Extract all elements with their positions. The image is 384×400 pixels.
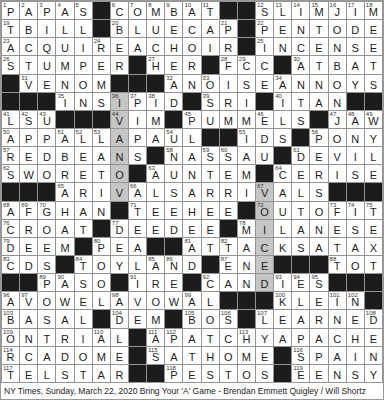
cell-r17c3[interactable]: O	[38, 292, 55, 309]
cell-r21c13[interactable]: T	[220, 365, 237, 382]
cell-r9c1[interactable]: 57R	[2, 147, 19, 164]
cell-r17c16[interactable]: 100K	[274, 292, 291, 309]
cell-r13c10[interactable]: D	[165, 220, 182, 237]
cell-r6c18[interactable]: A	[310, 93, 327, 110]
cell-r3c19[interactable]: N	[329, 38, 346, 55]
cell-r9c2[interactable]: E	[20, 147, 37, 164]
cell-r4c19[interactable]: B	[329, 56, 346, 73]
cell-r1c12[interactable]: 11T	[202, 2, 219, 19]
cell-r11c6[interactable]: I	[93, 183, 110, 200]
cell-r1c17[interactable]: 14I	[292, 2, 309, 19]
cell-r9c13[interactable]: 60S	[220, 147, 237, 164]
cell-r15c2[interactable]: D	[20, 256, 37, 273]
cell-r11c14[interactable]: I	[238, 183, 255, 200]
cell-r5c6[interactable]: M	[93, 75, 110, 92]
cell-r19c10[interactable]: 112P	[165, 329, 182, 346]
cell-r3c7[interactable]: E	[111, 38, 128, 55]
cell-r11c18[interactable]: S	[310, 183, 327, 200]
cell-r13c12[interactable]: E	[202, 220, 219, 237]
cell-r11c13[interactable]: R	[220, 183, 237, 200]
cell-r5c14[interactable]: S	[238, 75, 255, 92]
cell-r16c14[interactable]: N	[238, 274, 255, 291]
cell-r16c16[interactable]: 93I	[274, 274, 291, 291]
cell-r12c2[interactable]: 69F	[20, 202, 37, 219]
cell-r10c1[interactable]: 62S	[2, 165, 19, 182]
cell-r17c8[interactable]: V	[129, 292, 146, 309]
cell-r11c4[interactable]: 65A	[56, 183, 73, 200]
cell-r13c15[interactable]: I	[256, 220, 273, 237]
cell-r8c2[interactable]: P	[20, 129, 37, 146]
cell-r19c13[interactable]: C	[220, 329, 237, 346]
cell-r11c5[interactable]: R	[75, 183, 92, 200]
cell-r19c11[interactable]: A	[183, 329, 200, 346]
cell-r15c14[interactable]: N	[238, 256, 255, 273]
cell-r3c18[interactable]: E	[310, 38, 327, 55]
cell-r3c9[interactable]: C	[147, 38, 164, 55]
cell-r8c19[interactable]: O	[329, 129, 346, 146]
cell-r15c6[interactable]: O	[93, 256, 110, 273]
cell-r7c15[interactable]: 46E	[256, 111, 273, 128]
cell-r9c10[interactable]: 58N	[165, 147, 182, 164]
cell-r5c2[interactable]: 31V	[20, 75, 37, 92]
cell-r4c2[interactable]: T	[20, 56, 37, 73]
cell-r14c6[interactable]: 80P	[93, 238, 110, 255]
cell-r4c3[interactable]: U	[38, 56, 55, 73]
cell-r12c12[interactable]: E	[202, 202, 219, 219]
cell-r15c21[interactable]: T	[365, 256, 382, 273]
cell-r14c18[interactable]: A	[310, 238, 327, 255]
cell-r20c2[interactable]: C	[20, 347, 37, 364]
cell-r2c8[interactable]: L	[129, 20, 146, 37]
cell-r2c7[interactable]: 20B	[111, 20, 128, 37]
cell-r18c19[interactable]: N	[329, 310, 346, 327]
cell-r1c11[interactable]: 10A	[183, 2, 200, 19]
cell-r14c17[interactable]: S	[292, 238, 309, 255]
cell-r8c6[interactable]: 53L	[93, 129, 110, 146]
cell-r20c15[interactable]: E	[256, 347, 273, 364]
cell-r13c17[interactable]: A	[292, 220, 309, 237]
cell-r18c7[interactable]: 104D	[111, 310, 128, 327]
cell-r5c21[interactable]: S	[365, 75, 382, 92]
cell-r3c4[interactable]: U	[56, 38, 73, 55]
cell-r8c3[interactable]: P	[38, 129, 55, 146]
cell-r17c4[interactable]: W	[56, 292, 73, 309]
cell-r9c6[interactable]: A	[93, 147, 110, 164]
cell-r21c10[interactable]: 118P	[165, 365, 182, 382]
cell-r7c19[interactable]: 47J	[329, 111, 346, 128]
cell-r13c19[interactable]: E	[329, 220, 346, 237]
cell-r1c10[interactable]: 9B	[165, 2, 182, 19]
cell-r16c12[interactable]: 92C	[202, 274, 219, 291]
cell-r13c5[interactable]: T	[75, 220, 92, 237]
cell-r12c5[interactable]: A	[75, 202, 92, 219]
cell-r13c3[interactable]: O	[38, 220, 55, 237]
cell-r10c12[interactable]: T	[202, 165, 219, 182]
cell-r18c3[interactable]: S	[38, 310, 55, 327]
cell-r12c10[interactable]: E	[165, 202, 182, 219]
cell-r21c20[interactable]: S	[347, 365, 364, 382]
cell-r11c10[interactable]: S	[165, 183, 182, 200]
cell-r19c18[interactable]: A	[310, 329, 327, 346]
cell-r10c3[interactable]: O	[38, 165, 55, 182]
cell-r20c7[interactable]: E	[111, 347, 128, 364]
cell-r5c4[interactable]: N	[56, 75, 73, 92]
cell-r14c4[interactable]: M	[56, 238, 73, 255]
cell-r6c14[interactable]: I	[238, 93, 255, 110]
cell-r6c12[interactable]: 39S	[202, 93, 219, 110]
cell-r4c1[interactable]: 26S	[2, 56, 19, 73]
cell-r11c12[interactable]: R	[202, 183, 219, 200]
cell-r1c8[interactable]: 7O	[129, 2, 146, 19]
cell-r3c12[interactable]: I	[202, 38, 219, 55]
cell-r14c11[interactable]: 81A	[183, 238, 200, 255]
cell-r1c5[interactable]: 5S	[75, 2, 92, 19]
cell-r18c15[interactable]: 107L	[256, 310, 273, 327]
cell-r8c7[interactable]: A	[111, 129, 128, 146]
cell-r4c20[interactable]: A	[347, 56, 364, 73]
cell-r10c2[interactable]: W	[20, 165, 37, 182]
cell-r8c11[interactable]: L	[183, 129, 200, 146]
cell-r21c6[interactable]: A	[93, 365, 110, 382]
cell-r1c15[interactable]: 12S	[256, 2, 273, 19]
cell-r16c18[interactable]: 95S	[310, 274, 327, 291]
cell-r6c7[interactable]: 36I	[111, 93, 128, 110]
cell-r10c11[interactable]: N	[183, 165, 200, 182]
cell-r10c20[interactable]: S	[347, 165, 364, 182]
cell-r20c21[interactable]: N	[365, 347, 382, 364]
cell-r16c15[interactable]: D	[256, 274, 273, 291]
cell-r14c21[interactable]: X	[365, 238, 382, 255]
cell-r10c10[interactable]: U	[165, 165, 182, 182]
cell-r12c3[interactable]: 70G	[38, 202, 55, 219]
cell-r12c16[interactable]: U	[274, 202, 291, 219]
cell-r17c2[interactable]: 97V	[20, 292, 37, 309]
cell-r4c21[interactable]: T	[365, 56, 382, 73]
cell-r4c4[interactable]: M	[56, 56, 73, 73]
cell-r7c12[interactable]: U	[202, 111, 219, 128]
cell-r17c18[interactable]: E	[310, 292, 327, 309]
cell-r14c12[interactable]: T	[202, 238, 219, 255]
cell-r20c17[interactable]: 116S	[292, 347, 309, 364]
cell-r7c20[interactable]: 48A	[347, 111, 364, 128]
cell-r13c11[interactable]: E	[183, 220, 200, 237]
cell-r3c10[interactable]: H	[165, 38, 182, 55]
cell-r4c10[interactable]: E	[165, 56, 182, 73]
cell-r7c13[interactable]: M	[220, 111, 237, 128]
cell-r21c21[interactable]: Y	[365, 365, 382, 382]
cell-r2c11[interactable]: C	[183, 20, 200, 37]
cell-r3c15[interactable]: 25I	[256, 38, 273, 55]
cell-r10c19[interactable]: I	[329, 165, 346, 182]
cell-r15c1[interactable]: 83C	[2, 256, 19, 273]
cell-r11c8[interactable]: 66A	[129, 183, 146, 200]
cell-r11c16[interactable]: A	[274, 183, 291, 200]
cell-r19c20[interactable]: H	[347, 329, 364, 346]
cell-r15c5[interactable]: 84T	[75, 256, 92, 273]
cell-r21c17[interactable]: 119E	[292, 365, 309, 382]
cell-r18c11[interactable]: 105B	[183, 310, 200, 327]
cell-r10c9[interactable]: 63A	[147, 165, 164, 182]
cell-r10c21[interactable]: E	[365, 165, 382, 182]
cell-r17c6[interactable]: L	[93, 292, 110, 309]
cell-r18c2[interactable]: A	[20, 310, 37, 327]
cell-r14c8[interactable]: A	[129, 238, 146, 255]
cell-r12c8[interactable]: 71T	[129, 202, 146, 219]
cell-r20c12[interactable]: H	[202, 347, 219, 364]
cell-r3c2[interactable]: C	[20, 38, 37, 55]
cell-r5c11[interactable]: N	[183, 75, 200, 92]
cell-r14c13[interactable]: 82T	[220, 238, 237, 255]
cell-r11c9[interactable]: L	[147, 183, 164, 200]
cell-r20c9[interactable]: 115S	[147, 347, 164, 364]
cell-r6c9[interactable]: 38I	[147, 93, 164, 110]
cell-r18c17[interactable]: A	[292, 310, 309, 327]
cell-r2c5[interactable]: L	[75, 20, 92, 37]
cell-r3c16[interactable]: N	[274, 38, 291, 55]
cell-r9c14[interactable]: A	[238, 147, 255, 164]
cell-r3c20[interactable]: S	[347, 38, 364, 55]
cell-r12c17[interactable]: T	[292, 202, 309, 219]
cell-r3c11[interactable]: O	[183, 38, 200, 55]
cell-r1c4[interactable]: 4A	[56, 2, 73, 19]
cell-r18c1[interactable]: 103B	[2, 310, 19, 327]
cell-r9c4[interactable]: B	[56, 147, 73, 164]
cell-r10c7[interactable]: O	[111, 165, 128, 182]
cell-r4c13[interactable]: 28F	[220, 56, 237, 73]
cell-r12c13[interactable]: E	[220, 202, 237, 219]
cell-r18c21[interactable]: 108D	[365, 310, 382, 327]
cell-r4c14[interactable]: 29C	[238, 56, 255, 73]
cell-r12c6[interactable]: N	[93, 202, 110, 219]
cell-r14c14[interactable]: A	[238, 238, 255, 255]
cell-r10c4[interactable]: R	[56, 165, 73, 182]
cell-r21c4[interactable]: S	[56, 365, 73, 382]
cell-r7c16[interactable]: L	[274, 111, 291, 128]
cell-r5c10[interactable]: 32A	[165, 75, 182, 92]
cell-r16c17[interactable]: 94E	[292, 274, 309, 291]
cell-r9c17[interactable]: 61D	[292, 147, 309, 164]
cell-r20c20[interactable]: I	[347, 347, 364, 364]
cell-r2c15[interactable]: 22P	[256, 20, 273, 37]
cell-r9c11[interactable]: A	[183, 147, 200, 164]
cell-r6c6[interactable]: S	[93, 93, 110, 110]
cell-r12c1[interactable]: 68A	[2, 202, 19, 219]
cell-r8c1[interactable]: 50A	[2, 129, 19, 146]
cell-r4c7[interactable]: R	[111, 56, 128, 73]
cell-r1c21[interactable]: 18M	[365, 2, 382, 19]
cell-r19c2[interactable]: N	[20, 329, 37, 346]
cell-r2c20[interactable]: D	[347, 20, 364, 37]
cell-r5c5[interactable]: O	[75, 75, 92, 92]
cell-r1c19[interactable]: 16J	[329, 2, 346, 19]
cell-r6c13[interactable]: R	[220, 93, 237, 110]
cell-r4c5[interactable]: P	[75, 56, 92, 73]
cell-r13c2[interactable]: R	[20, 220, 37, 237]
cell-r16c4[interactable]: 90A	[56, 274, 73, 291]
cell-r4c6[interactable]: E	[93, 56, 110, 73]
cell-r6c4[interactable]: 35I	[56, 93, 73, 110]
cell-r15c20[interactable]: O	[347, 256, 364, 273]
cell-r3c17[interactable]: C	[292, 38, 309, 55]
cell-r8c5[interactable]: 52L	[75, 129, 92, 146]
cell-r20c5[interactable]: O	[75, 347, 92, 364]
cell-r21c7[interactable]: R	[111, 365, 128, 382]
cell-r18c8[interactable]: E	[129, 310, 146, 327]
cell-r20c10[interactable]: A	[165, 347, 182, 364]
cell-r19c14[interactable]: 113H	[238, 329, 255, 346]
cell-r10c18[interactable]: R	[310, 165, 327, 182]
cell-r20c3[interactable]: A	[38, 347, 55, 364]
cell-r19c9[interactable]: 111A	[147, 329, 164, 346]
cell-r15c10[interactable]: 86N	[165, 256, 182, 273]
cell-r14c15[interactable]: C	[256, 238, 273, 255]
cell-r17c9[interactable]: O	[147, 292, 164, 309]
cell-r16c8[interactable]: 91I	[129, 274, 146, 291]
cell-r15c3[interactable]: S	[38, 256, 55, 273]
cell-r12c15[interactable]: 72O	[256, 202, 273, 219]
cell-r4c17[interactable]: 30A	[292, 56, 309, 73]
cell-r1c2[interactable]: 2A	[20, 2, 37, 19]
cell-r19c19[interactable]: C	[329, 329, 346, 346]
cell-r20c19[interactable]: A	[329, 347, 346, 364]
cell-r18c12[interactable]: O	[202, 310, 219, 327]
cell-r19c1[interactable]: 109O	[2, 329, 19, 346]
cell-r11c15[interactable]: 67V	[256, 183, 273, 200]
cell-r18c4[interactable]: A	[56, 310, 73, 327]
cell-r6c16[interactable]: 40I	[274, 93, 291, 110]
cell-r18c18[interactable]: R	[310, 310, 327, 327]
cell-r21c19[interactable]: N	[329, 365, 346, 382]
cell-r9c7[interactable]: N	[111, 147, 128, 164]
cell-r16c6[interactable]: O	[93, 274, 110, 291]
cell-r18c16[interactable]: E	[274, 310, 291, 327]
cell-r7c7[interactable]: 44V	[111, 111, 128, 128]
cell-r1c20[interactable]: 17I	[347, 2, 364, 19]
cell-r2c1[interactable]: 19T	[2, 20, 19, 37]
cell-r13c8[interactable]: E	[129, 220, 146, 237]
cell-r15c7[interactable]: Y	[111, 256, 128, 273]
cell-r8c10[interactable]: 54U	[165, 129, 182, 146]
cell-r12c21[interactable]: 75T	[365, 202, 382, 219]
cell-r11c11[interactable]: A	[183, 183, 200, 200]
cell-r9c18[interactable]: E	[310, 147, 327, 164]
cell-r8c8[interactable]: P	[129, 129, 146, 146]
cell-r7c3[interactable]: 43U	[38, 111, 55, 128]
cell-r8c15[interactable]: D	[256, 129, 273, 146]
cell-r7c8[interactable]: I	[129, 111, 146, 128]
cell-r9c12[interactable]: 59S	[202, 147, 219, 164]
cell-r7c14[interactable]: M	[238, 111, 255, 128]
cell-r20c4[interactable]: D	[56, 347, 73, 364]
cell-r13c20[interactable]: S	[347, 220, 364, 237]
cell-r20c6[interactable]: M	[93, 347, 110, 364]
cell-r15c9[interactable]: 85A	[147, 256, 164, 273]
cell-r9c21[interactable]: L	[365, 147, 382, 164]
cell-r14c20[interactable]: A	[347, 238, 364, 255]
cell-r3c5[interactable]: I	[75, 38, 92, 55]
cell-r2c19[interactable]: O	[329, 20, 346, 37]
cell-r7c2[interactable]: 42S	[20, 111, 37, 128]
cell-r15c8[interactable]: L	[129, 256, 146, 273]
cell-r13c14[interactable]: 78M	[238, 220, 255, 237]
cell-r4c11[interactable]: R	[183, 56, 200, 73]
cell-r2c4[interactable]: L	[56, 20, 73, 37]
cell-r16c9[interactable]: R	[147, 274, 164, 291]
cell-r21c5[interactable]: T	[75, 365, 92, 382]
cell-r19c16[interactable]: A	[274, 329, 291, 346]
cell-r3c13[interactable]: R	[220, 38, 237, 55]
cell-r1c1[interactable]: 1P	[2, 2, 19, 19]
cell-r2c13[interactable]: 21P	[220, 20, 237, 37]
cell-r19c7[interactable]: L	[111, 329, 128, 346]
cell-r2c21[interactable]: E	[365, 20, 382, 37]
cell-r5c19[interactable]: O	[329, 75, 346, 92]
cell-r17c19[interactable]: 101I	[329, 292, 346, 309]
cell-r9c15[interactable]: U	[256, 147, 273, 164]
cell-r1c3[interactable]: 3P	[38, 2, 55, 19]
cell-r9c5[interactable]: E	[75, 147, 92, 164]
cell-r15c11[interactable]: D	[183, 256, 200, 273]
cell-r21c11[interactable]: E	[183, 365, 200, 382]
cell-r11c7[interactable]: V	[111, 183, 128, 200]
cell-r21c18[interactable]: E	[310, 365, 327, 382]
cell-r11c17[interactable]: L	[292, 183, 309, 200]
cell-r9c19[interactable]: V	[329, 147, 346, 164]
cell-r20c14[interactable]: M	[238, 347, 255, 364]
cell-r12c11[interactable]: H	[183, 202, 200, 219]
cell-r17c11[interactable]: 99A	[183, 292, 200, 309]
cell-r19c15[interactable]: Y	[256, 329, 273, 346]
cell-r19c17[interactable]: P	[292, 329, 309, 346]
cell-r12c18[interactable]: O	[310, 202, 327, 219]
cell-r13c16[interactable]: L	[274, 220, 291, 237]
cell-r21c2[interactable]: E	[20, 365, 37, 382]
cell-r2c3[interactable]: I	[38, 20, 55, 37]
cell-r14c2[interactable]: E	[20, 238, 37, 255]
cell-r4c15[interactable]: C	[256, 56, 273, 73]
cell-r19c21[interactable]: E	[365, 329, 382, 346]
cell-r20c11[interactable]: T	[183, 347, 200, 364]
cell-r10c17[interactable]: E	[292, 165, 309, 182]
cell-r10c6[interactable]: T	[93, 165, 110, 182]
cell-r15c13[interactable]: 87E	[220, 256, 237, 273]
cell-r4c9[interactable]: 27H	[147, 56, 164, 73]
cell-r9c3[interactable]: D	[38, 147, 55, 164]
cell-r5c18[interactable]: N	[310, 75, 327, 92]
cell-r12c4[interactable]: H	[56, 202, 73, 219]
cell-r8c20[interactable]: N	[347, 129, 364, 146]
cell-r2c9[interactable]: U	[147, 20, 164, 37]
cell-r6c17[interactable]: T	[292, 93, 309, 110]
cell-r8c9[interactable]: A	[147, 129, 164, 146]
cell-r8c21[interactable]: Y	[365, 129, 382, 146]
cell-r9c8[interactable]: S	[129, 147, 146, 164]
cell-r5c20[interactable]: Y	[347, 75, 364, 92]
cell-r21c3[interactable]: L	[38, 365, 55, 382]
cell-r2c18[interactable]: T	[310, 20, 327, 37]
cell-r3c3[interactable]: Q	[38, 38, 55, 55]
cell-r2c12[interactable]: A	[202, 20, 219, 37]
cell-r7c21[interactable]: 49W	[365, 111, 382, 128]
cell-r17c1[interactable]: 96A	[2, 292, 19, 309]
cell-r1c7[interactable]: 6C	[111, 2, 128, 19]
cell-r18c13[interactable]: 106S	[220, 310, 237, 327]
cell-r21c1[interactable]: 117T	[2, 365, 19, 382]
cell-r17c12[interactable]: L	[202, 292, 219, 309]
cell-r7c9[interactable]: M	[147, 111, 164, 128]
cell-r20c1[interactable]: 114R	[2, 347, 19, 364]
cell-r21c15[interactable]: S	[256, 365, 273, 382]
